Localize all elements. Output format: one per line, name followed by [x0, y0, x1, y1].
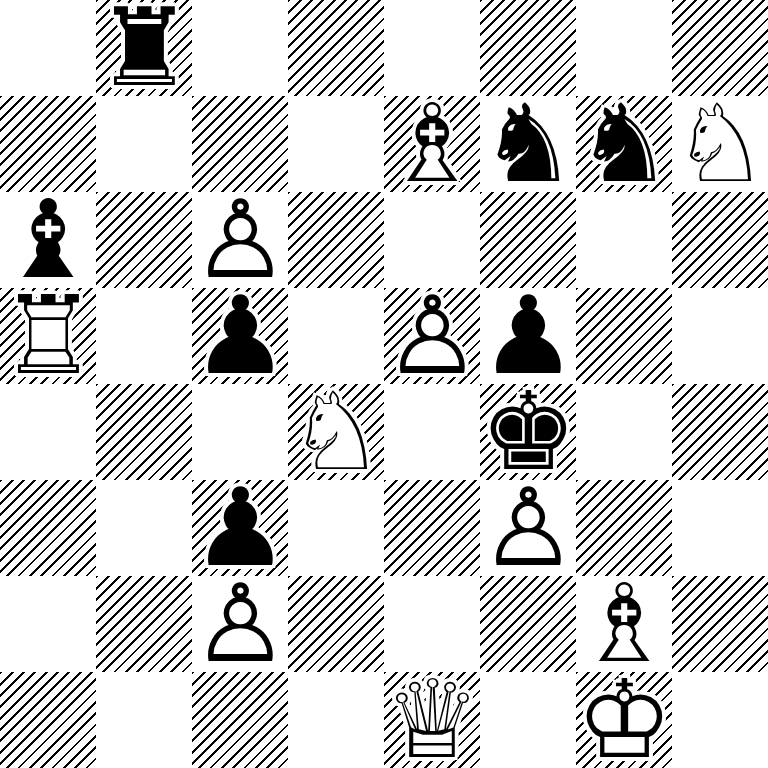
black-king-glyph: ♚	[480, 384, 576, 480]
white-knight-silhouette: ♞	[288, 384, 384, 480]
black-pawn-glyph: ♟	[192, 288, 288, 384]
square-d6[interactable]	[288, 192, 384, 288]
square-f1[interactable]	[480, 672, 576, 768]
white-knight-outline: ♘	[288, 384, 384, 480]
square-f2[interactable]	[480, 576, 576, 672]
piece-white-pawn-icon: ♟♙	[192, 192, 288, 288]
square-b2[interactable]	[96, 576, 192, 672]
square-g3[interactable]	[576, 480, 672, 576]
square-a3[interactable]	[0, 480, 96, 576]
square-h2[interactable]	[672, 576, 768, 672]
square-b5[interactable]	[96, 288, 192, 384]
square-e2[interactable]	[384, 576, 480, 672]
square-a8[interactable]	[0, 0, 96, 96]
white-queen-outline: ♕	[384, 672, 480, 768]
piece-white-bishop-icon: ♝♗	[576, 576, 672, 672]
square-b3[interactable]	[96, 480, 192, 576]
piece-white-pawn-icon: ♟♙	[480, 480, 576, 576]
piece-white-knight-icon: ♞♘	[672, 96, 768, 192]
piece-white-bishop-icon: ♝♗	[384, 96, 480, 192]
square-g6[interactable]	[576, 192, 672, 288]
piece-black-bishop-icon: ♝	[0, 192, 96, 288]
square-c4[interactable]	[192, 384, 288, 480]
square-h4[interactable]	[672, 384, 768, 480]
square-b4[interactable]	[96, 384, 192, 480]
square-d8[interactable]	[288, 0, 384, 96]
square-e8[interactable]	[384, 0, 480, 96]
square-g1[interactable]: ♚♔	[576, 672, 672, 768]
piece-black-rook-icon: ♜	[96, 0, 192, 96]
square-h3[interactable]	[672, 480, 768, 576]
white-bishop-silhouette: ♝	[576, 576, 672, 672]
black-rook-glyph: ♜	[96, 0, 192, 96]
white-king-outline: ♔	[576, 672, 672, 768]
piece-white-rook-icon: ♜♖	[0, 288, 96, 384]
black-knight-glyph: ♞	[480, 96, 576, 192]
piece-black-pawn-icon: ♟	[192, 288, 288, 384]
square-a7[interactable]	[0, 96, 96, 192]
square-d5[interactable]	[288, 288, 384, 384]
white-pawn-silhouette: ♟	[192, 192, 288, 288]
square-f5[interactable]: ♟	[480, 288, 576, 384]
square-c3[interactable]: ♟	[192, 480, 288, 576]
piece-black-knight-icon: ♞	[480, 96, 576, 192]
square-e1[interactable]: ♛♕	[384, 672, 480, 768]
square-d4[interactable]: ♞♘	[288, 384, 384, 480]
square-h8[interactable]	[672, 0, 768, 96]
white-knight-outline: ♘	[672, 96, 768, 192]
square-g2[interactable]: ♝♗	[576, 576, 672, 672]
piece-white-pawn-icon: ♟♙	[192, 576, 288, 672]
white-bishop-outline: ♗	[384, 96, 480, 192]
square-f7[interactable]: ♞	[480, 96, 576, 192]
black-knight-glyph: ♞	[576, 96, 672, 192]
square-a6[interactable]: ♝	[0, 192, 96, 288]
square-c5[interactable]: ♟	[192, 288, 288, 384]
black-bishop-glyph: ♝	[0, 192, 96, 288]
square-e4[interactable]	[384, 384, 480, 480]
square-b6[interactable]	[96, 192, 192, 288]
square-h1[interactable]	[672, 672, 768, 768]
square-d3[interactable]	[288, 480, 384, 576]
square-e3[interactable]	[384, 480, 480, 576]
white-rook-outline: ♖	[0, 288, 96, 384]
square-g7[interactable]: ♞	[576, 96, 672, 192]
white-pawn-outline: ♙	[384, 288, 480, 384]
white-pawn-outline: ♙	[480, 480, 576, 576]
square-g5[interactable]	[576, 288, 672, 384]
square-h7[interactable]: ♞♘	[672, 96, 768, 192]
square-b7[interactable]	[96, 96, 192, 192]
white-king-silhouette: ♚	[576, 672, 672, 768]
square-a1[interactable]	[0, 672, 96, 768]
white-rook-silhouette: ♜	[0, 288, 96, 384]
white-bishop-silhouette: ♝	[384, 96, 480, 192]
square-g4[interactable]	[576, 384, 672, 480]
black-pawn-glyph: ♟	[480, 288, 576, 384]
white-queen-silhouette: ♛	[384, 672, 480, 768]
black-pawn-glyph: ♟	[192, 480, 288, 576]
square-f8[interactable]	[480, 0, 576, 96]
piece-white-pawn-icon: ♟♙	[384, 288, 480, 384]
square-b8[interactable]: ♜	[96, 0, 192, 96]
square-c1[interactable]	[192, 672, 288, 768]
square-c2[interactable]: ♟♙	[192, 576, 288, 672]
piece-black-king-icon: ♚	[480, 384, 576, 480]
piece-white-knight-icon: ♞♘	[288, 384, 384, 480]
piece-black-pawn-icon: ♟	[192, 480, 288, 576]
piece-black-knight-icon: ♞	[576, 96, 672, 192]
square-c6[interactable]: ♟♙	[192, 192, 288, 288]
square-e7[interactable]: ♝♗	[384, 96, 480, 192]
white-bishop-outline: ♗	[576, 576, 672, 672]
square-a2[interactable]	[0, 576, 96, 672]
square-c8[interactable]	[192, 0, 288, 96]
square-g8[interactable]	[576, 0, 672, 96]
piece-black-pawn-icon: ♟	[480, 288, 576, 384]
white-pawn-silhouette: ♟	[480, 480, 576, 576]
piece-white-king-icon: ♚♔	[576, 672, 672, 768]
square-b1[interactable]	[96, 672, 192, 768]
square-h6[interactable]	[672, 192, 768, 288]
square-a4[interactable]	[0, 384, 96, 480]
white-knight-silhouette: ♞	[672, 96, 768, 192]
square-f3[interactable]: ♟♙	[480, 480, 576, 576]
square-d1[interactable]	[288, 672, 384, 768]
chess-board: ♜♝♗♞♞♞♘♝♟♙♜♖♟♟♙♟♞♘♚♟♟♙♟♙♝♗♛♕♚♔	[0, 0, 768, 768]
square-e6[interactable]	[384, 192, 480, 288]
piece-white-queen-icon: ♛♕	[384, 672, 480, 768]
square-f6[interactable]	[480, 192, 576, 288]
white-pawn-silhouette: ♟	[384, 288, 480, 384]
square-d7[interactable]	[288, 96, 384, 192]
square-h5[interactable]	[672, 288, 768, 384]
white-pawn-outline: ♙	[192, 192, 288, 288]
square-d2[interactable]	[288, 576, 384, 672]
square-c7[interactable]	[192, 96, 288, 192]
square-f4[interactable]: ♚	[480, 384, 576, 480]
white-pawn-outline: ♙	[192, 576, 288, 672]
square-e5[interactable]: ♟♙	[384, 288, 480, 384]
white-pawn-silhouette: ♟	[192, 576, 288, 672]
square-a5[interactable]: ♜♖	[0, 288, 96, 384]
